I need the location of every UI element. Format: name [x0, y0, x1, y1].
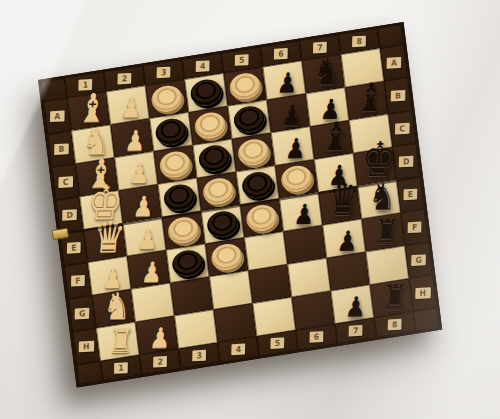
white-pawn: ♟ [124, 126, 147, 154]
coord-label: 5 [270, 337, 284, 349]
black-pawn: ♟ [293, 200, 316, 228]
coord-label: E [67, 242, 81, 254]
coord-label: D [399, 156, 414, 168]
coord-label: G [411, 254, 426, 266]
dark-checker-disc [232, 104, 266, 135]
light-checker-disc [237, 137, 271, 168]
coord-label: A [50, 110, 65, 122]
light-checker-disc [210, 242, 244, 273]
white-pawn: ♟ [128, 159, 151, 187]
light-checker-disc [245, 203, 279, 234]
coord-right-E: E [397, 176, 425, 213]
white-pawn: ♟ [132, 192, 155, 220]
coord-label: F [71, 275, 85, 287]
chessboard: 12345678A♝♟♟♞AB♞♟♟♟♝BC♝♟♟♝CD♚♟♟♚DE♛♟♟♛♞E… [38, 22, 442, 388]
light-checker-disc [228, 71, 262, 102]
black-pawn: ♟ [280, 102, 303, 130]
coord-label: 2 [153, 356, 167, 368]
square-A7: ♞ [302, 55, 345, 94]
square-C7: ♝ [310, 120, 353, 159]
white-pawn: ♟ [140, 258, 163, 286]
coord-label: 3 [192, 350, 206, 362]
coord-label: 4 [196, 60, 210, 72]
coord-label: 6 [274, 48, 288, 60]
coord-label: F [408, 221, 422, 233]
coord-label: 2 [117, 73, 131, 85]
white-queen: ♛ [91, 216, 127, 260]
coord-right-F: F [401, 209, 429, 246]
dark-checker-disc [189, 77, 223, 108]
scene: 12345678A♝♟♟♞AB♞♟♟♟♝BC♝♟♟♝CD♚♟♟♚DE♛♟♟♛♞E… [0, 0, 500, 419]
coord-label: 3 [157, 67, 171, 79]
light-checker-disc [167, 215, 201, 246]
coord-label: 8 [388, 319, 402, 331]
black-bishop: ♝ [354, 78, 386, 118]
coord-right-G: G [405, 242, 433, 279]
coord-label: C [58, 176, 72, 188]
square-H8: ♜ [370, 279, 413, 318]
coord-label: 1 [114, 362, 128, 374]
white-rook: ♜ [107, 324, 135, 358]
coord-label: H [79, 341, 94, 353]
light-checker-disc [202, 176, 236, 207]
coord-label: 8 [352, 36, 366, 48]
light-checker-disc [193, 110, 227, 141]
black-pawn: ♟ [284, 134, 307, 162]
coord-label: 4 [231, 344, 245, 356]
light-checker-disc [158, 149, 192, 180]
dark-checker-disc [171, 248, 205, 279]
dark-checker-disc [206, 209, 240, 240]
black-bishop: ♝ [319, 117, 351, 157]
border-corner [413, 308, 439, 332]
dark-checker-disc [154, 116, 188, 147]
coord-label: B [391, 90, 406, 102]
coord-right-B: B [384, 77, 412, 114]
square-F8: ♜ [362, 213, 405, 252]
black-knight: ♞ [312, 53, 343, 90]
coord-label: D [62, 209, 77, 221]
black-rook: ♜ [373, 215, 401, 249]
dark-checker-disc [162, 182, 196, 213]
coord-label: H [415, 287, 430, 299]
light-checker-disc [280, 164, 314, 195]
square-H1: ♜ [96, 322, 139, 361]
coord-label: B [54, 143, 69, 155]
coord-label: 7 [349, 325, 363, 337]
black-queen: ♛ [326, 179, 362, 223]
coord-label: 5 [235, 54, 249, 66]
dark-checker-disc [197, 143, 231, 174]
white-pawn: ♟ [149, 324, 172, 352]
light-checker-disc [150, 84, 184, 115]
board-grid: 12345678A♝♟♟♞AB♞♟♟♟♝BC♝♟♟♝CD♚♟♟♚DE♛♟♟♛♞E… [38, 22, 442, 388]
border-corner [76, 361, 102, 385]
coord-label: 6 [310, 331, 324, 343]
coord-right-H: H [409, 275, 437, 312]
black-pawn: ♟ [336, 227, 359, 255]
white-pawn: ♟ [120, 94, 143, 122]
coord-label: E [403, 189, 417, 201]
black-pawn: ♟ [344, 293, 367, 321]
dark-checker-disc [241, 170, 275, 201]
white-knight: ♞ [102, 288, 133, 325]
black-pawn: ♟ [276, 69, 299, 97]
white-pawn: ♟ [136, 225, 159, 253]
black-rook: ♜ [381, 280, 409, 314]
coord-label: G [75, 308, 90, 320]
coord-label: A [387, 57, 402, 69]
